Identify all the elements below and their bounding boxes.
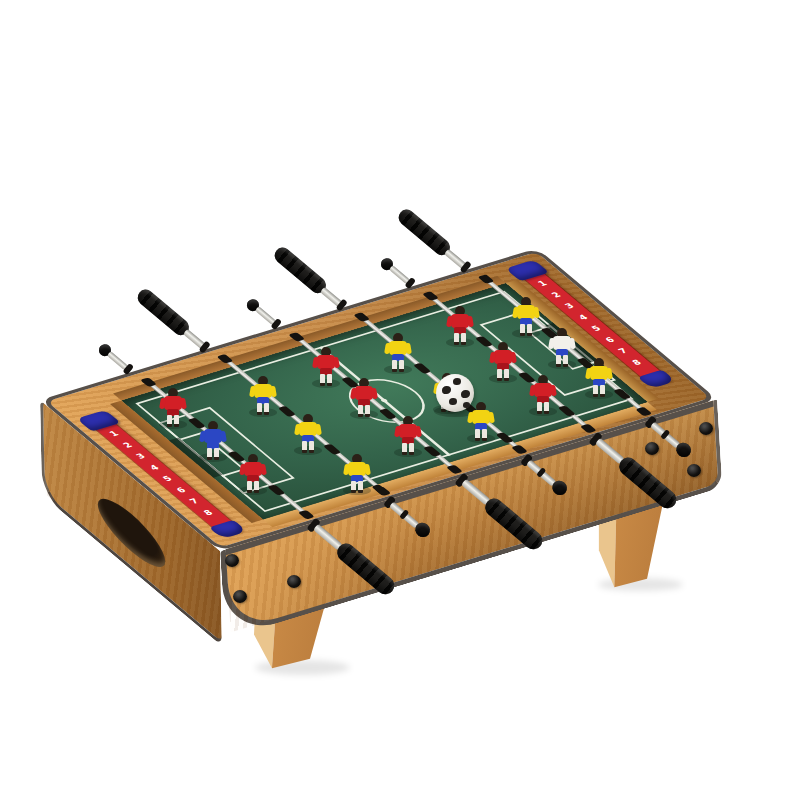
player-leg [214, 448, 219, 460]
player-leg [174, 415, 179, 427]
player-torso [348, 462, 366, 476]
player-yellow [587, 358, 611, 396]
player-leg [402, 443, 407, 455]
player-leg [302, 441, 307, 453]
player-red [448, 306, 472, 344]
screw [699, 422, 713, 435]
player-torso [317, 355, 335, 369]
player-leg [257, 403, 262, 415]
player-leg [365, 405, 370, 417]
player-leg [593, 385, 598, 397]
player-torso [244, 462, 262, 476]
rod-1-far-end-cap [96, 342, 134, 377]
player-leg [358, 481, 363, 493]
player-leg [475, 429, 480, 441]
player-leg [520, 324, 525, 336]
player-leg [600, 385, 605, 397]
player-leg [358, 405, 363, 417]
player-torso [451, 314, 469, 328]
player-leg [264, 403, 269, 415]
goalkeeper-blue [201, 421, 225, 459]
player-torso [355, 386, 373, 400]
player-leg [461, 333, 466, 345]
player-yellow [514, 297, 538, 335]
player-torso [164, 396, 182, 410]
player-leg [254, 481, 259, 493]
player-red [161, 388, 185, 426]
player-torso [590, 366, 608, 380]
foosball-table-product-photo: 12345678 12345678 [0, 0, 800, 800]
ball-pentagon-spot [449, 398, 457, 405]
player-leg [207, 448, 212, 460]
player-leg [527, 324, 532, 336]
screw [233, 590, 247, 603]
handle-grip[interactable] [135, 286, 193, 338]
player-yellow [469, 402, 493, 440]
player-leg [563, 355, 568, 367]
rod-6-handle[interactable] [396, 206, 474, 275]
player-leg [504, 369, 509, 381]
screw [225, 554, 239, 567]
ball-pentagon-spot [461, 390, 470, 398]
player-red [396, 416, 420, 454]
screw [645, 442, 659, 455]
player-yellow [386, 333, 410, 371]
rod-5-far-end-cap [378, 256, 416, 291]
player-leg [309, 441, 314, 453]
player-red [241, 454, 265, 492]
player-yellow [345, 454, 369, 492]
player-leg [320, 374, 325, 386]
player-leg [399, 360, 404, 372]
goalkeeper-white [550, 328, 574, 366]
player-yellow [251, 376, 275, 414]
player-torso [299, 422, 317, 436]
player-leg [482, 429, 487, 441]
player-torso [534, 383, 552, 397]
rod-2-handle[interactable] [135, 286, 213, 355]
player-leg [247, 481, 252, 493]
player-torso [399, 424, 417, 438]
player-red [531, 375, 555, 413]
player-torso [517, 305, 535, 319]
ball-pentagon-spot [442, 386, 451, 394]
player-red [491, 342, 515, 380]
player-leg [537, 402, 542, 414]
handle-grip[interactable] [271, 244, 329, 296]
player-red [314, 347, 338, 385]
rod-3-far-end-cap [245, 297, 283, 332]
player-torso [254, 384, 272, 398]
player-leg [497, 369, 502, 381]
screw [687, 464, 701, 477]
player-torso [472, 410, 490, 424]
player-red [352, 378, 376, 416]
rod-4-handle[interactable] [271, 244, 349, 313]
player-leg [167, 415, 172, 427]
handle-grip[interactable] [396, 206, 454, 258]
player-leg [544, 402, 549, 414]
player-torso [553, 336, 571, 350]
player-leg [556, 355, 561, 367]
player-leg [392, 360, 397, 372]
player-yellow [296, 414, 320, 452]
ball-pentagon-spot [453, 378, 461, 385]
player-leg [454, 333, 459, 345]
player-leg [351, 481, 356, 493]
player-leg [327, 374, 332, 386]
player-torso [389, 341, 407, 355]
screw [287, 575, 301, 588]
player-leg [409, 443, 414, 455]
player-torso [494, 350, 512, 364]
player-torso [204, 429, 222, 443]
